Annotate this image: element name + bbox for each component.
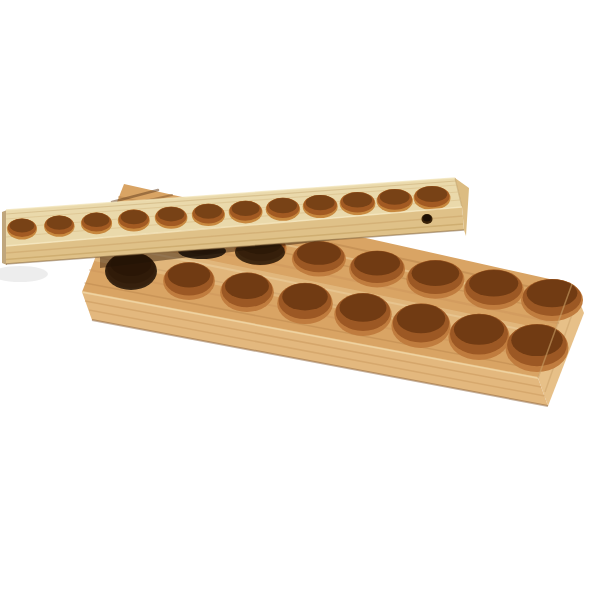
strip-pit-7 — [229, 201, 263, 224]
strip-pit-11 — [377, 189, 413, 213]
strip-pit-10 — [340, 192, 376, 215]
tray-back-pit-5 — [349, 251, 405, 288]
scene — [0, 0, 600, 600]
tray-back-pit-7 — [464, 270, 524, 310]
tray-front-pit-8 — [506, 324, 569, 372]
strip-pit-1 — [7, 219, 37, 240]
strip-pit-2 — [44, 216, 75, 237]
strip-pit-9 — [303, 195, 338, 218]
strip-pit-6 — [192, 204, 225, 226]
tray-front-pit-3 — [220, 273, 274, 312]
tray-back-pit-8 — [521, 279, 583, 321]
tray-front-pit-5 — [334, 293, 391, 336]
strip-pit-12 — [414, 186, 451, 210]
strip-pit-4 — [118, 210, 150, 232]
strip-pit-8 — [266, 198, 300, 221]
strip-hanging-hole — [422, 214, 433, 224]
strip-pit-3 — [81, 213, 112, 235]
shadowed-pit-front-1 — [105, 252, 157, 290]
tray-front-pit-4 — [277, 283, 333, 324]
tray-back-pit-4 — [292, 241, 346, 276]
product-photo — [0, 0, 600, 600]
tray-front-pit-7 — [448, 314, 509, 360]
tray-front-pit-6 — [391, 303, 450, 348]
tray-back-pit-6 — [406, 260, 464, 299]
strip-pit-5 — [155, 207, 188, 229]
tray-front-pit-2 — [163, 262, 215, 300]
